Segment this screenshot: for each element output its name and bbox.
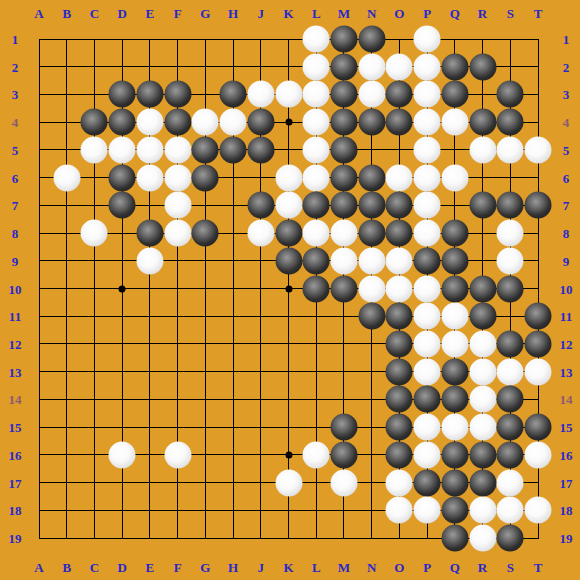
intersection-J2[interactable]: [247, 53, 275, 81]
white-stone[interactable]: [136, 164, 163, 191]
intersection-M14[interactable]: [330, 385, 358, 413]
black-stone[interactable]: [330, 53, 357, 80]
intersection-H17[interactable]: [219, 469, 247, 497]
intersection-A5[interactable]: [25, 136, 53, 164]
intersection-A17[interactable]: [25, 469, 53, 497]
intersection-Q12[interactable]: [441, 330, 469, 358]
intersection-R4[interactable]: [469, 108, 497, 136]
white-stone[interactable]: [303, 136, 330, 163]
intersection-L17[interactable]: [302, 469, 330, 497]
intersection-C11[interactable]: [80, 302, 108, 330]
intersection-J6[interactable]: [247, 164, 275, 192]
white-stone[interactable]: [497, 247, 524, 274]
intersection-H8[interactable]: [219, 219, 247, 247]
intersection-P19[interactable]: [413, 524, 441, 552]
intersection-O6[interactable]: [385, 164, 413, 192]
intersection-K4[interactable]: [275, 108, 303, 136]
intersection-D9[interactable]: [108, 247, 136, 275]
black-stone[interactable]: [386, 386, 413, 413]
intersection-G15[interactable]: [191, 413, 219, 441]
intersection-F6[interactable]: [164, 164, 192, 192]
intersection-C10[interactable]: [80, 275, 108, 303]
white-stone[interactable]: [164, 220, 191, 247]
intersection-K15[interactable]: [275, 413, 303, 441]
intersection-D4[interactable]: [108, 108, 136, 136]
intersection-F4[interactable]: [164, 108, 192, 136]
intersection-B4[interactable]: [53, 108, 81, 136]
white-stone[interactable]: [497, 136, 524, 163]
intersection-S4[interactable]: [496, 108, 524, 136]
black-stone[interactable]: [136, 81, 163, 108]
white-stone[interactable]: [53, 164, 80, 191]
black-stone[interactable]: [330, 192, 357, 219]
intersection-N6[interactable]: [358, 164, 386, 192]
intersection-F19[interactable]: [164, 524, 192, 552]
white-stone[interactable]: [414, 53, 441, 80]
intersection-C13[interactable]: [80, 358, 108, 386]
intersection-Q11[interactable]: [441, 302, 469, 330]
intersection-N7[interactable]: [358, 191, 386, 219]
intersection-T10[interactable]: [524, 275, 552, 303]
intersection-T8[interactable]: [524, 219, 552, 247]
black-stone[interactable]: [303, 275, 330, 302]
black-stone[interactable]: [469, 275, 496, 302]
intersection-F11[interactable]: [164, 302, 192, 330]
intersection-P10[interactable]: [413, 275, 441, 303]
intersection-S16[interactable]: [496, 441, 524, 469]
intersection-R2[interactable]: [469, 53, 497, 81]
intersection-J3[interactable]: [247, 80, 275, 108]
intersection-O1[interactable]: [385, 25, 413, 53]
intersection-R3[interactable]: [469, 80, 497, 108]
black-stone[interactable]: [386, 358, 413, 385]
intersection-M6[interactable]: [330, 164, 358, 192]
intersection-S12[interactable]: [496, 330, 524, 358]
white-stone[interactable]: [525, 136, 552, 163]
intersection-P11[interactable]: [413, 302, 441, 330]
black-stone[interactable]: [303, 192, 330, 219]
intersection-D17[interactable]: [108, 469, 136, 497]
intersection-P17[interactable]: [413, 469, 441, 497]
intersection-F8[interactable]: [164, 219, 192, 247]
intersection-E5[interactable]: [136, 136, 164, 164]
intersection-S5[interactable]: [496, 136, 524, 164]
black-stone[interactable]: [109, 81, 136, 108]
intersection-B13[interactable]: [53, 358, 81, 386]
intersection-D8[interactable]: [108, 219, 136, 247]
intersection-O8[interactable]: [385, 219, 413, 247]
black-stone[interactable]: [497, 192, 524, 219]
intersection-A11[interactable]: [25, 302, 53, 330]
intersection-P2[interactable]: [413, 53, 441, 81]
intersection-H15[interactable]: [219, 413, 247, 441]
intersection-B3[interactable]: [53, 80, 81, 108]
black-stone[interactable]: [192, 136, 219, 163]
intersection-M1[interactable]: [330, 25, 358, 53]
intersection-L16[interactable]: [302, 441, 330, 469]
intersection-E17[interactable]: [136, 469, 164, 497]
intersection-F13[interactable]: [164, 358, 192, 386]
white-stone[interactable]: [330, 220, 357, 247]
black-stone[interactable]: [441, 469, 468, 496]
intersection-H6[interactable]: [219, 164, 247, 192]
intersection-G16[interactable]: [191, 441, 219, 469]
intersection-P16[interactable]: [413, 441, 441, 469]
intersection-B16[interactable]: [53, 441, 81, 469]
intersection-Q8[interactable]: [441, 219, 469, 247]
intersection-O10[interactable]: [385, 275, 413, 303]
black-stone[interactable]: [414, 386, 441, 413]
intersection-R8[interactable]: [469, 219, 497, 247]
intersection-P15[interactable]: [413, 413, 441, 441]
intersection-C18[interactable]: [80, 496, 108, 524]
intersection-B5[interactable]: [53, 136, 81, 164]
intersection-K3[interactable]: [275, 80, 303, 108]
black-stone[interactable]: [247, 136, 274, 163]
intersection-E14[interactable]: [136, 385, 164, 413]
black-stone[interactable]: [386, 441, 413, 468]
intersection-O17[interactable]: [385, 469, 413, 497]
black-stone[interactable]: [469, 469, 496, 496]
white-stone[interactable]: [358, 247, 385, 274]
intersection-T1[interactable]: [524, 25, 552, 53]
black-stone[interactable]: [441, 275, 468, 302]
intersection-B10[interactable]: [53, 275, 81, 303]
white-stone[interactable]: [441, 303, 468, 330]
intersection-L13[interactable]: [302, 358, 330, 386]
black-stone[interactable]: [275, 220, 302, 247]
intersection-E8[interactable]: [136, 219, 164, 247]
intersection-A15[interactable]: [25, 413, 53, 441]
intersection-K8[interactable]: [275, 219, 303, 247]
white-stone[interactable]: [136, 136, 163, 163]
intersection-G3[interactable]: [191, 80, 219, 108]
intersection-G1[interactable]: [191, 25, 219, 53]
black-stone[interactable]: [386, 220, 413, 247]
intersection-F18[interactable]: [164, 496, 192, 524]
intersection-O19[interactable]: [385, 524, 413, 552]
intersection-Q9[interactable]: [441, 247, 469, 275]
intersection-Q3[interactable]: [441, 80, 469, 108]
black-stone[interactable]: [358, 220, 385, 247]
black-stone[interactable]: [469, 53, 496, 80]
intersection-Q14[interactable]: [441, 385, 469, 413]
intersection-L5[interactable]: [302, 136, 330, 164]
black-stone[interactable]: [330, 81, 357, 108]
black-stone[interactable]: [414, 247, 441, 274]
intersection-N18[interactable]: [358, 496, 386, 524]
white-stone[interactable]: [109, 136, 136, 163]
intersection-P6[interactable]: [413, 164, 441, 192]
intersection-G14[interactable]: [191, 385, 219, 413]
intersection-N1[interactable]: [358, 25, 386, 53]
intersection-F17[interactable]: [164, 469, 192, 497]
black-stone[interactable]: [164, 109, 191, 136]
intersection-E1[interactable]: [136, 25, 164, 53]
intersection-A10[interactable]: [25, 275, 53, 303]
intersection-C4[interactable]: [80, 108, 108, 136]
intersection-M2[interactable]: [330, 53, 358, 81]
white-stone[interactable]: [192, 109, 219, 136]
black-stone[interactable]: [164, 81, 191, 108]
white-stone[interactable]: [414, 358, 441, 385]
intersection-D10[interactable]: [108, 275, 136, 303]
intersection-M4[interactable]: [330, 108, 358, 136]
intersection-R11[interactable]: [469, 302, 497, 330]
black-stone[interactable]: [497, 81, 524, 108]
white-stone[interactable]: [386, 275, 413, 302]
intersection-G5[interactable]: [191, 136, 219, 164]
black-stone[interactable]: [386, 81, 413, 108]
intersection-S18[interactable]: [496, 496, 524, 524]
white-stone[interactable]: [469, 525, 496, 552]
intersection-B9[interactable]: [53, 247, 81, 275]
white-stone[interactable]: [109, 441, 136, 468]
white-stone[interactable]: [525, 358, 552, 385]
intersection-L3[interactable]: [302, 80, 330, 108]
white-stone[interactable]: [136, 109, 163, 136]
intersection-Q10[interactable]: [441, 275, 469, 303]
intersection-F3[interactable]: [164, 80, 192, 108]
intersection-M9[interactable]: [330, 247, 358, 275]
white-stone[interactable]: [525, 441, 552, 468]
white-stone[interactable]: [275, 192, 302, 219]
intersection-H4[interactable]: [219, 108, 247, 136]
intersection-H3[interactable]: [219, 80, 247, 108]
intersection-G11[interactable]: [191, 302, 219, 330]
white-stone[interactable]: [497, 469, 524, 496]
black-stone[interactable]: [220, 136, 247, 163]
intersection-N2[interactable]: [358, 53, 386, 81]
intersection-H5[interactable]: [219, 136, 247, 164]
intersection-O9[interactable]: [385, 247, 413, 275]
intersection-K1[interactable]: [275, 25, 303, 53]
intersection-P4[interactable]: [413, 108, 441, 136]
black-stone[interactable]: [497, 386, 524, 413]
white-stone[interactable]: [220, 109, 247, 136]
intersection-M13[interactable]: [330, 358, 358, 386]
intersection-M8[interactable]: [330, 219, 358, 247]
intersection-C9[interactable]: [80, 247, 108, 275]
white-stone[interactable]: [441, 109, 468, 136]
white-stone[interactable]: [275, 469, 302, 496]
intersection-S2[interactable]: [496, 53, 524, 81]
intersection-C2[interactable]: [80, 53, 108, 81]
intersection-E10[interactable]: [136, 275, 164, 303]
intersection-P5[interactable]: [413, 136, 441, 164]
black-stone[interactable]: [441, 220, 468, 247]
intersection-P7[interactable]: [413, 191, 441, 219]
intersection-K18[interactable]: [275, 496, 303, 524]
black-stone[interactable]: [497, 414, 524, 441]
intersection-R19[interactable]: [469, 524, 497, 552]
intersection-R16[interactable]: [469, 441, 497, 469]
intersection-T3[interactable]: [524, 80, 552, 108]
white-stone[interactable]: [414, 136, 441, 163]
black-stone[interactable]: [441, 497, 468, 524]
intersection-N11[interactable]: [358, 302, 386, 330]
intersection-C15[interactable]: [80, 413, 108, 441]
intersection-L2[interactable]: [302, 53, 330, 81]
intersection-O12[interactable]: [385, 330, 413, 358]
intersection-C14[interactable]: [80, 385, 108, 413]
intersection-T16[interactable]: [524, 441, 552, 469]
intersection-G2[interactable]: [191, 53, 219, 81]
intersection-J12[interactable]: [247, 330, 275, 358]
intersection-G19[interactable]: [191, 524, 219, 552]
intersection-P13[interactable]: [413, 358, 441, 386]
black-stone[interactable]: [330, 26, 357, 53]
black-stone[interactable]: [441, 53, 468, 80]
white-stone[interactable]: [414, 303, 441, 330]
black-stone[interactable]: [247, 192, 274, 219]
intersection-K5[interactable]: [275, 136, 303, 164]
intersection-J19[interactable]: [247, 524, 275, 552]
intersection-J17[interactable]: [247, 469, 275, 497]
intersection-F1[interactable]: [164, 25, 192, 53]
intersection-E6[interactable]: [136, 164, 164, 192]
intersection-M10[interactable]: [330, 275, 358, 303]
intersection-J4[interactable]: [247, 108, 275, 136]
white-stone[interactable]: [414, 330, 441, 357]
black-stone[interactable]: [441, 441, 468, 468]
black-stone[interactable]: [247, 109, 274, 136]
intersection-O5[interactable]: [385, 136, 413, 164]
intersection-N3[interactable]: [358, 80, 386, 108]
white-stone[interactable]: [414, 441, 441, 468]
intersection-H14[interactable]: [219, 385, 247, 413]
black-stone[interactable]: [469, 109, 496, 136]
intersection-G6[interactable]: [191, 164, 219, 192]
intersection-E15[interactable]: [136, 413, 164, 441]
black-stone[interactable]: [358, 109, 385, 136]
intersection-G10[interactable]: [191, 275, 219, 303]
white-stone[interactable]: [386, 53, 413, 80]
intersection-F10[interactable]: [164, 275, 192, 303]
intersection-S6[interactable]: [496, 164, 524, 192]
white-stone[interactable]: [303, 441, 330, 468]
intersection-T11[interactable]: [524, 302, 552, 330]
intersection-O13[interactable]: [385, 358, 413, 386]
intersection-F5[interactable]: [164, 136, 192, 164]
black-stone[interactable]: [525, 330, 552, 357]
white-stone[interactable]: [358, 53, 385, 80]
black-stone[interactable]: [469, 441, 496, 468]
black-stone[interactable]: [386, 414, 413, 441]
white-stone[interactable]: [386, 164, 413, 191]
intersection-R1[interactable]: [469, 25, 497, 53]
intersection-R12[interactable]: [469, 330, 497, 358]
intersection-R15[interactable]: [469, 413, 497, 441]
intersection-B8[interactable]: [53, 219, 81, 247]
intersection-L1[interactable]: [302, 25, 330, 53]
intersection-F12[interactable]: [164, 330, 192, 358]
black-stone[interactable]: [330, 109, 357, 136]
intersection-D16[interactable]: [108, 441, 136, 469]
white-stone[interactable]: [303, 53, 330, 80]
intersection-S17[interactable]: [496, 469, 524, 497]
intersection-B11[interactable]: [53, 302, 81, 330]
black-stone[interactable]: [358, 303, 385, 330]
intersection-T13[interactable]: [524, 358, 552, 386]
intersection-O11[interactable]: [385, 302, 413, 330]
intersection-B19[interactable]: [53, 524, 81, 552]
intersection-E18[interactable]: [136, 496, 164, 524]
intersection-Q19[interactable]: [441, 524, 469, 552]
intersection-M7[interactable]: [330, 191, 358, 219]
black-stone[interactable]: [109, 192, 136, 219]
black-stone[interactable]: [441, 386, 468, 413]
intersection-L6[interactable]: [302, 164, 330, 192]
black-stone[interactable]: [441, 525, 468, 552]
white-stone[interactable]: [164, 192, 191, 219]
intersection-O14[interactable]: [385, 385, 413, 413]
intersection-R13[interactable]: [469, 358, 497, 386]
white-stone[interactable]: [303, 220, 330, 247]
intersection-M3[interactable]: [330, 80, 358, 108]
white-stone[interactable]: [303, 164, 330, 191]
white-stone[interactable]: [414, 275, 441, 302]
black-stone[interactable]: [497, 525, 524, 552]
black-stone[interactable]: [414, 469, 441, 496]
intersection-J16[interactable]: [247, 441, 275, 469]
intersection-C6[interactable]: [80, 164, 108, 192]
intersection-G8[interactable]: [191, 219, 219, 247]
intersection-N5[interactable]: [358, 136, 386, 164]
intersection-P12[interactable]: [413, 330, 441, 358]
intersection-K12[interactable]: [275, 330, 303, 358]
intersection-H9[interactable]: [219, 247, 247, 275]
intersection-A9[interactable]: [25, 247, 53, 275]
intersection-H18[interactable]: [219, 496, 247, 524]
intersection-D15[interactable]: [108, 413, 136, 441]
intersection-G13[interactable]: [191, 358, 219, 386]
intersection-K16[interactable]: [275, 441, 303, 469]
black-stone[interactable]: [358, 192, 385, 219]
intersection-J11[interactable]: [247, 302, 275, 330]
intersection-N9[interactable]: [358, 247, 386, 275]
intersection-G12[interactable]: [191, 330, 219, 358]
intersection-L15[interactable]: [302, 413, 330, 441]
white-stone[interactable]: [414, 192, 441, 219]
intersection-T17[interactable]: [524, 469, 552, 497]
intersection-C16[interactable]: [80, 441, 108, 469]
intersection-S11[interactable]: [496, 302, 524, 330]
black-stone[interactable]: [109, 164, 136, 191]
intersection-J5[interactable]: [247, 136, 275, 164]
intersection-K7[interactable]: [275, 191, 303, 219]
intersection-Q7[interactable]: [441, 191, 469, 219]
intersection-P18[interactable]: [413, 496, 441, 524]
black-stone[interactable]: [441, 81, 468, 108]
black-stone[interactable]: [497, 441, 524, 468]
intersection-L7[interactable]: [302, 191, 330, 219]
white-stone[interactable]: [414, 81, 441, 108]
black-stone[interactable]: [497, 275, 524, 302]
intersection-H7[interactable]: [219, 191, 247, 219]
intersection-N16[interactable]: [358, 441, 386, 469]
intersection-D13[interactable]: [108, 358, 136, 386]
intersection-B6[interactable]: [53, 164, 81, 192]
black-stone[interactable]: [469, 303, 496, 330]
intersection-A18[interactable]: [25, 496, 53, 524]
intersection-B14[interactable]: [53, 385, 81, 413]
intersection-M5[interactable]: [330, 136, 358, 164]
intersection-H16[interactable]: [219, 441, 247, 469]
intersection-K13[interactable]: [275, 358, 303, 386]
black-stone[interactable]: [275, 247, 302, 274]
intersection-K6[interactable]: [275, 164, 303, 192]
